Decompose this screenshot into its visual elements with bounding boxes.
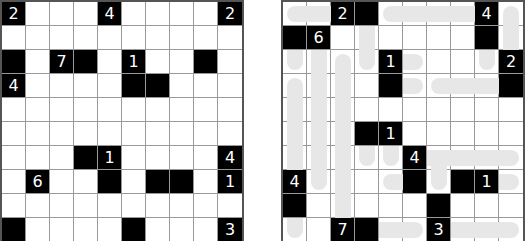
solution-cell-r3c9 — [499, 74, 523, 98]
puzzle-cell-r6c3 — [74, 146, 98, 170]
solution-clue-1-r5c4: 1 — [379, 122, 403, 146]
puzzle-cell-r3c1[interactable] — [26, 74, 50, 98]
puzzle-cell-r3c9[interactable] — [218, 74, 242, 98]
solution-cell-r9c3 — [355, 218, 379, 241]
puzzle-clue-4-r0c4: 4 — [98, 2, 122, 26]
puzzle-cell-r3c5 — [122, 74, 146, 98]
puzzle-clue-2-r0c0: 2 — [2, 2, 26, 26]
puzzle-cell-r5c2[interactable] — [50, 122, 74, 146]
puzzle-cell-r3c4[interactable] — [98, 74, 122, 98]
puzzle-cell-r5c1[interactable] — [26, 122, 50, 146]
solution-cell-r5c5[interactable] — [403, 122, 427, 146]
solution-cell-r1c0 — [283, 26, 307, 50]
solution-cell-r3c3[interactable] — [355, 74, 379, 98]
puzzle-cell-r3c3[interactable] — [74, 74, 98, 98]
puzzle-cell-r8c6[interactable] — [146, 194, 170, 218]
puzzle-cell-r7c8[interactable] — [194, 170, 218, 194]
puzzle-cell-r1c8[interactable] — [194, 26, 218, 50]
puzzle-grid: 24271414613 — [2, 2, 242, 241]
solution-cell-r7c7 — [451, 170, 475, 194]
puzzle-cell-r1c2[interactable] — [50, 26, 74, 50]
puzzle-cell-r0c5[interactable] — [122, 2, 146, 26]
puzzle-cell-r0c7[interactable] — [170, 2, 194, 26]
puzzle-cell-r8c5[interactable] — [122, 194, 146, 218]
solution-cell-r1c5[interactable] — [403, 26, 427, 50]
puzzle-cell-r8c7[interactable] — [170, 194, 194, 218]
solution-cell-r1c4[interactable] — [379, 26, 403, 50]
solution-cell-r5c9[interactable] — [499, 122, 523, 146]
puzzle-cell-r9c2[interactable] — [50, 218, 74, 241]
puzzle-cell-r9c0 — [2, 218, 26, 241]
solution-board: 24612144173 — [281, 0, 525, 241]
puzzle-cell-r2c9[interactable] — [218, 50, 242, 74]
puzzle-cell-r6c8[interactable] — [194, 146, 218, 170]
puzzle-cell-r5c7[interactable] — [170, 122, 194, 146]
solution-cell-r1c6[interactable] — [427, 26, 451, 50]
puzzle-cell-r2c6[interactable] — [146, 50, 170, 74]
solution-board-inner: 24612144173 — [283, 2, 523, 241]
solution-clue-2-r0c2: 2 — [331, 2, 355, 26]
solution-cell-r4c6[interactable] — [427, 98, 451, 122]
puzzle-cell-r3c6 — [146, 74, 170, 98]
puzzle-cell-r2c1[interactable] — [26, 50, 50, 74]
puzzle-cell-r4c4[interactable] — [98, 98, 122, 122]
puzzle-cell-r2c0 — [2, 50, 26, 74]
puzzle-cell-r3c2[interactable] — [50, 74, 74, 98]
puzzle-cell-r4c6[interactable] — [146, 98, 170, 122]
puzzle-clue-3-r9c9: 3 — [218, 218, 242, 241]
gray-arm-r6c6-to-r7c6 — [431, 150, 447, 190]
puzzle-cell-r9c7[interactable] — [170, 218, 194, 241]
puzzle-cell-r1c5[interactable] — [122, 26, 146, 50]
puzzle-cell-r9c6[interactable] — [146, 218, 170, 241]
gray-arm-r9c2-to-r2c2 — [335, 54, 351, 238]
puzzle-cell-r3c7[interactable] — [170, 74, 194, 98]
puzzle-cell-r8c1[interactable] — [26, 194, 50, 218]
puzzle-cell-r8c8[interactable] — [194, 194, 218, 218]
solution-cell-r1c7[interactable] — [451, 26, 475, 50]
solution-cell-r4c8[interactable] — [475, 98, 499, 122]
solution-clue-2-r2c9: 2 — [499, 50, 523, 74]
puzzle-cell-r2c3 — [74, 50, 98, 74]
solution-cell-r8c5[interactable] — [403, 194, 427, 218]
puzzle-cell-r1c9[interactable] — [218, 26, 242, 50]
solution-clue-3-r9c6: 3 — [427, 218, 451, 241]
puzzle-cell-r7c4 — [98, 170, 122, 194]
solution-cell-r8c6 — [427, 194, 451, 218]
puzzle-cell-r8c3[interactable] — [74, 194, 98, 218]
puzzle-cell-r9c5 — [122, 218, 146, 241]
puzzle-cell-r4c9[interactable] — [218, 98, 242, 122]
puzzle-cell-r4c7[interactable] — [170, 98, 194, 122]
solution-cell-r4c9[interactable] — [499, 98, 523, 122]
puzzle-cell-r7c2[interactable] — [50, 170, 74, 194]
solution-cell-r4c7[interactable] — [451, 98, 475, 122]
puzzle-clue-4-r3c0: 4 — [2, 74, 26, 98]
solution-cell-r8c1[interactable] — [307, 194, 331, 218]
puzzle-cell-r1c7[interactable] — [170, 26, 194, 50]
solution-cell-r8c9[interactable] — [499, 194, 523, 218]
puzzle-cell-r5c5[interactable] — [122, 122, 146, 146]
puzzle-clue-1-r2c5: 1 — [122, 50, 146, 74]
puzzle-cell-r8c2[interactable] — [50, 194, 74, 218]
puzzle-cell-r0c3[interactable] — [74, 2, 98, 26]
puzzle-cell-r9c8[interactable] — [194, 218, 218, 241]
puzzle-board-inner: 24271414613 — [2, 2, 242, 241]
solution-clue-1-r7c8: 1 — [475, 170, 499, 194]
solution-cell-r5c7[interactable] — [451, 122, 475, 146]
solution-cell-r7c3[interactable] — [355, 170, 379, 194]
puzzle-cell-r1c1[interactable] — [26, 26, 50, 50]
solution-cell-r9c1[interactable] — [307, 218, 331, 241]
solution-cell-r5c8[interactable] — [475, 122, 499, 146]
solution-cell-r8c8[interactable] — [475, 194, 499, 218]
puzzle-cell-r7c7 — [170, 170, 194, 194]
puzzle-cell-r4c0[interactable] — [2, 98, 26, 122]
puzzle-cell-r1c4[interactable] — [98, 26, 122, 50]
solution-cell-r8c4[interactable] — [379, 194, 403, 218]
solution-cell-r8c0 — [283, 194, 307, 218]
puzzle-cell-r1c6[interactable] — [146, 26, 170, 50]
solution-clue-1-r2c4: 1 — [379, 50, 403, 74]
solution-cell-r2c7[interactable] — [451, 50, 475, 74]
puzzle-cell-r2c7[interactable] — [170, 50, 194, 74]
solution-cell-r5c6[interactable] — [427, 122, 451, 146]
puzzle-cell-r5c8[interactable] — [194, 122, 218, 146]
puzzle-cell-r6c1[interactable] — [26, 146, 50, 170]
puzzle-cell-r5c3[interactable] — [74, 122, 98, 146]
puzzle-cell-r4c8[interactable] — [194, 98, 218, 122]
puzzle-cell-r5c9[interactable] — [218, 122, 242, 146]
puzzle-cell-r5c6[interactable] — [146, 122, 170, 146]
solution-clue-4-r7c0: 4 — [283, 170, 307, 194]
puzzle-cell-r0c8[interactable] — [194, 2, 218, 26]
solution-clue-4-r6c5: 4 — [403, 146, 427, 170]
puzzle-cell-r8c9[interactable] — [218, 194, 242, 218]
puzzle-cell-r6c2[interactable] — [50, 146, 74, 170]
puzzle-cell-r1c0[interactable] — [2, 26, 26, 50]
puzzle-cell-r2c4[interactable] — [98, 50, 122, 74]
puzzle-clue-1-r7c9: 1 — [218, 170, 242, 194]
puzzle-cell-r5c4[interactable] — [98, 122, 122, 146]
puzzle-clue-6-r7c1: 6 — [26, 170, 50, 194]
puzzle-clue-1-r6c4: 1 — [98, 146, 122, 170]
puzzle-cell-r7c3[interactable] — [74, 170, 98, 194]
puzzle-cell-r5c0[interactable] — [2, 122, 26, 146]
puzzle-clue-7-r2c2: 7 — [50, 50, 74, 74]
puzzle-cell-r6c6[interactable] — [146, 146, 170, 170]
puzzle-cell-r0c2[interactable] — [50, 2, 74, 26]
solution-cell-r4c3[interactable] — [355, 98, 379, 122]
puzzle-cell-r4c2[interactable] — [50, 98, 74, 122]
puzzle-cell-r0c6[interactable] — [146, 2, 170, 26]
gray-arm-r1c1-to-r7c1 — [311, 30, 327, 190]
puzzle-cell-r7c5[interactable] — [122, 170, 146, 194]
puzzle-cell-r9c3[interactable] — [74, 218, 98, 241]
solution-clue-7-r9c2: 7 — [331, 218, 355, 241]
solution-cell-r4c4[interactable] — [379, 98, 403, 122]
puzzle-clue-4-r6c9: 4 — [218, 146, 242, 170]
puzzle-cell-r8c0[interactable] — [2, 194, 26, 218]
solution-cell-r0c3 — [355, 2, 379, 26]
solution-cell-r4c5[interactable] — [403, 98, 427, 122]
puzzle-cell-r4c1[interactable] — [26, 98, 50, 122]
four-winds-puzzle-pair: 2427141461324612144173 — [0, 0, 525, 241]
solution-cell-r1c8 — [475, 26, 499, 50]
puzzle-cell-r7c6 — [146, 170, 170, 194]
puzzle-cell-r0c1[interactable] — [26, 2, 50, 26]
solution-cell-r3c4 — [379, 74, 403, 98]
puzzle-cell-r3c8[interactable] — [194, 74, 218, 98]
solution-cell-r2c6[interactable] — [427, 50, 451, 74]
puzzle-cell-r6c5[interactable] — [122, 146, 146, 170]
solution-cell-r7c5 — [403, 170, 427, 194]
puzzle-cell-r4c5[interactable] — [122, 98, 146, 122]
puzzle-cell-r6c0[interactable] — [2, 146, 26, 170]
puzzle-cell-r1c3[interactable] — [74, 26, 98, 50]
puzzle-board: 24271414613 — [0, 0, 244, 241]
puzzle-clue-2-r0c9: 2 — [218, 2, 242, 26]
puzzle-cell-r9c4[interactable] — [98, 218, 122, 241]
puzzle-cell-r2c8 — [194, 50, 218, 74]
puzzle-cell-r9c1[interactable] — [26, 218, 50, 241]
solution-cell-r5c3 — [355, 122, 379, 146]
solution-cell-r8c3[interactable] — [355, 194, 379, 218]
puzzle-cell-r7c0[interactable] — [2, 170, 26, 194]
puzzle-cell-r8c4[interactable] — [98, 194, 122, 218]
solution-clue-6-r1c1: 6 — [307, 26, 331, 50]
solution-cell-r8c7[interactable] — [451, 194, 475, 218]
puzzle-cell-r6c7[interactable] — [170, 146, 194, 170]
solution-clue-4-r0c8: 4 — [475, 2, 499, 26]
solution-cell-r1c2[interactable] — [331, 26, 355, 50]
puzzle-cell-r4c3[interactable] — [74, 98, 98, 122]
